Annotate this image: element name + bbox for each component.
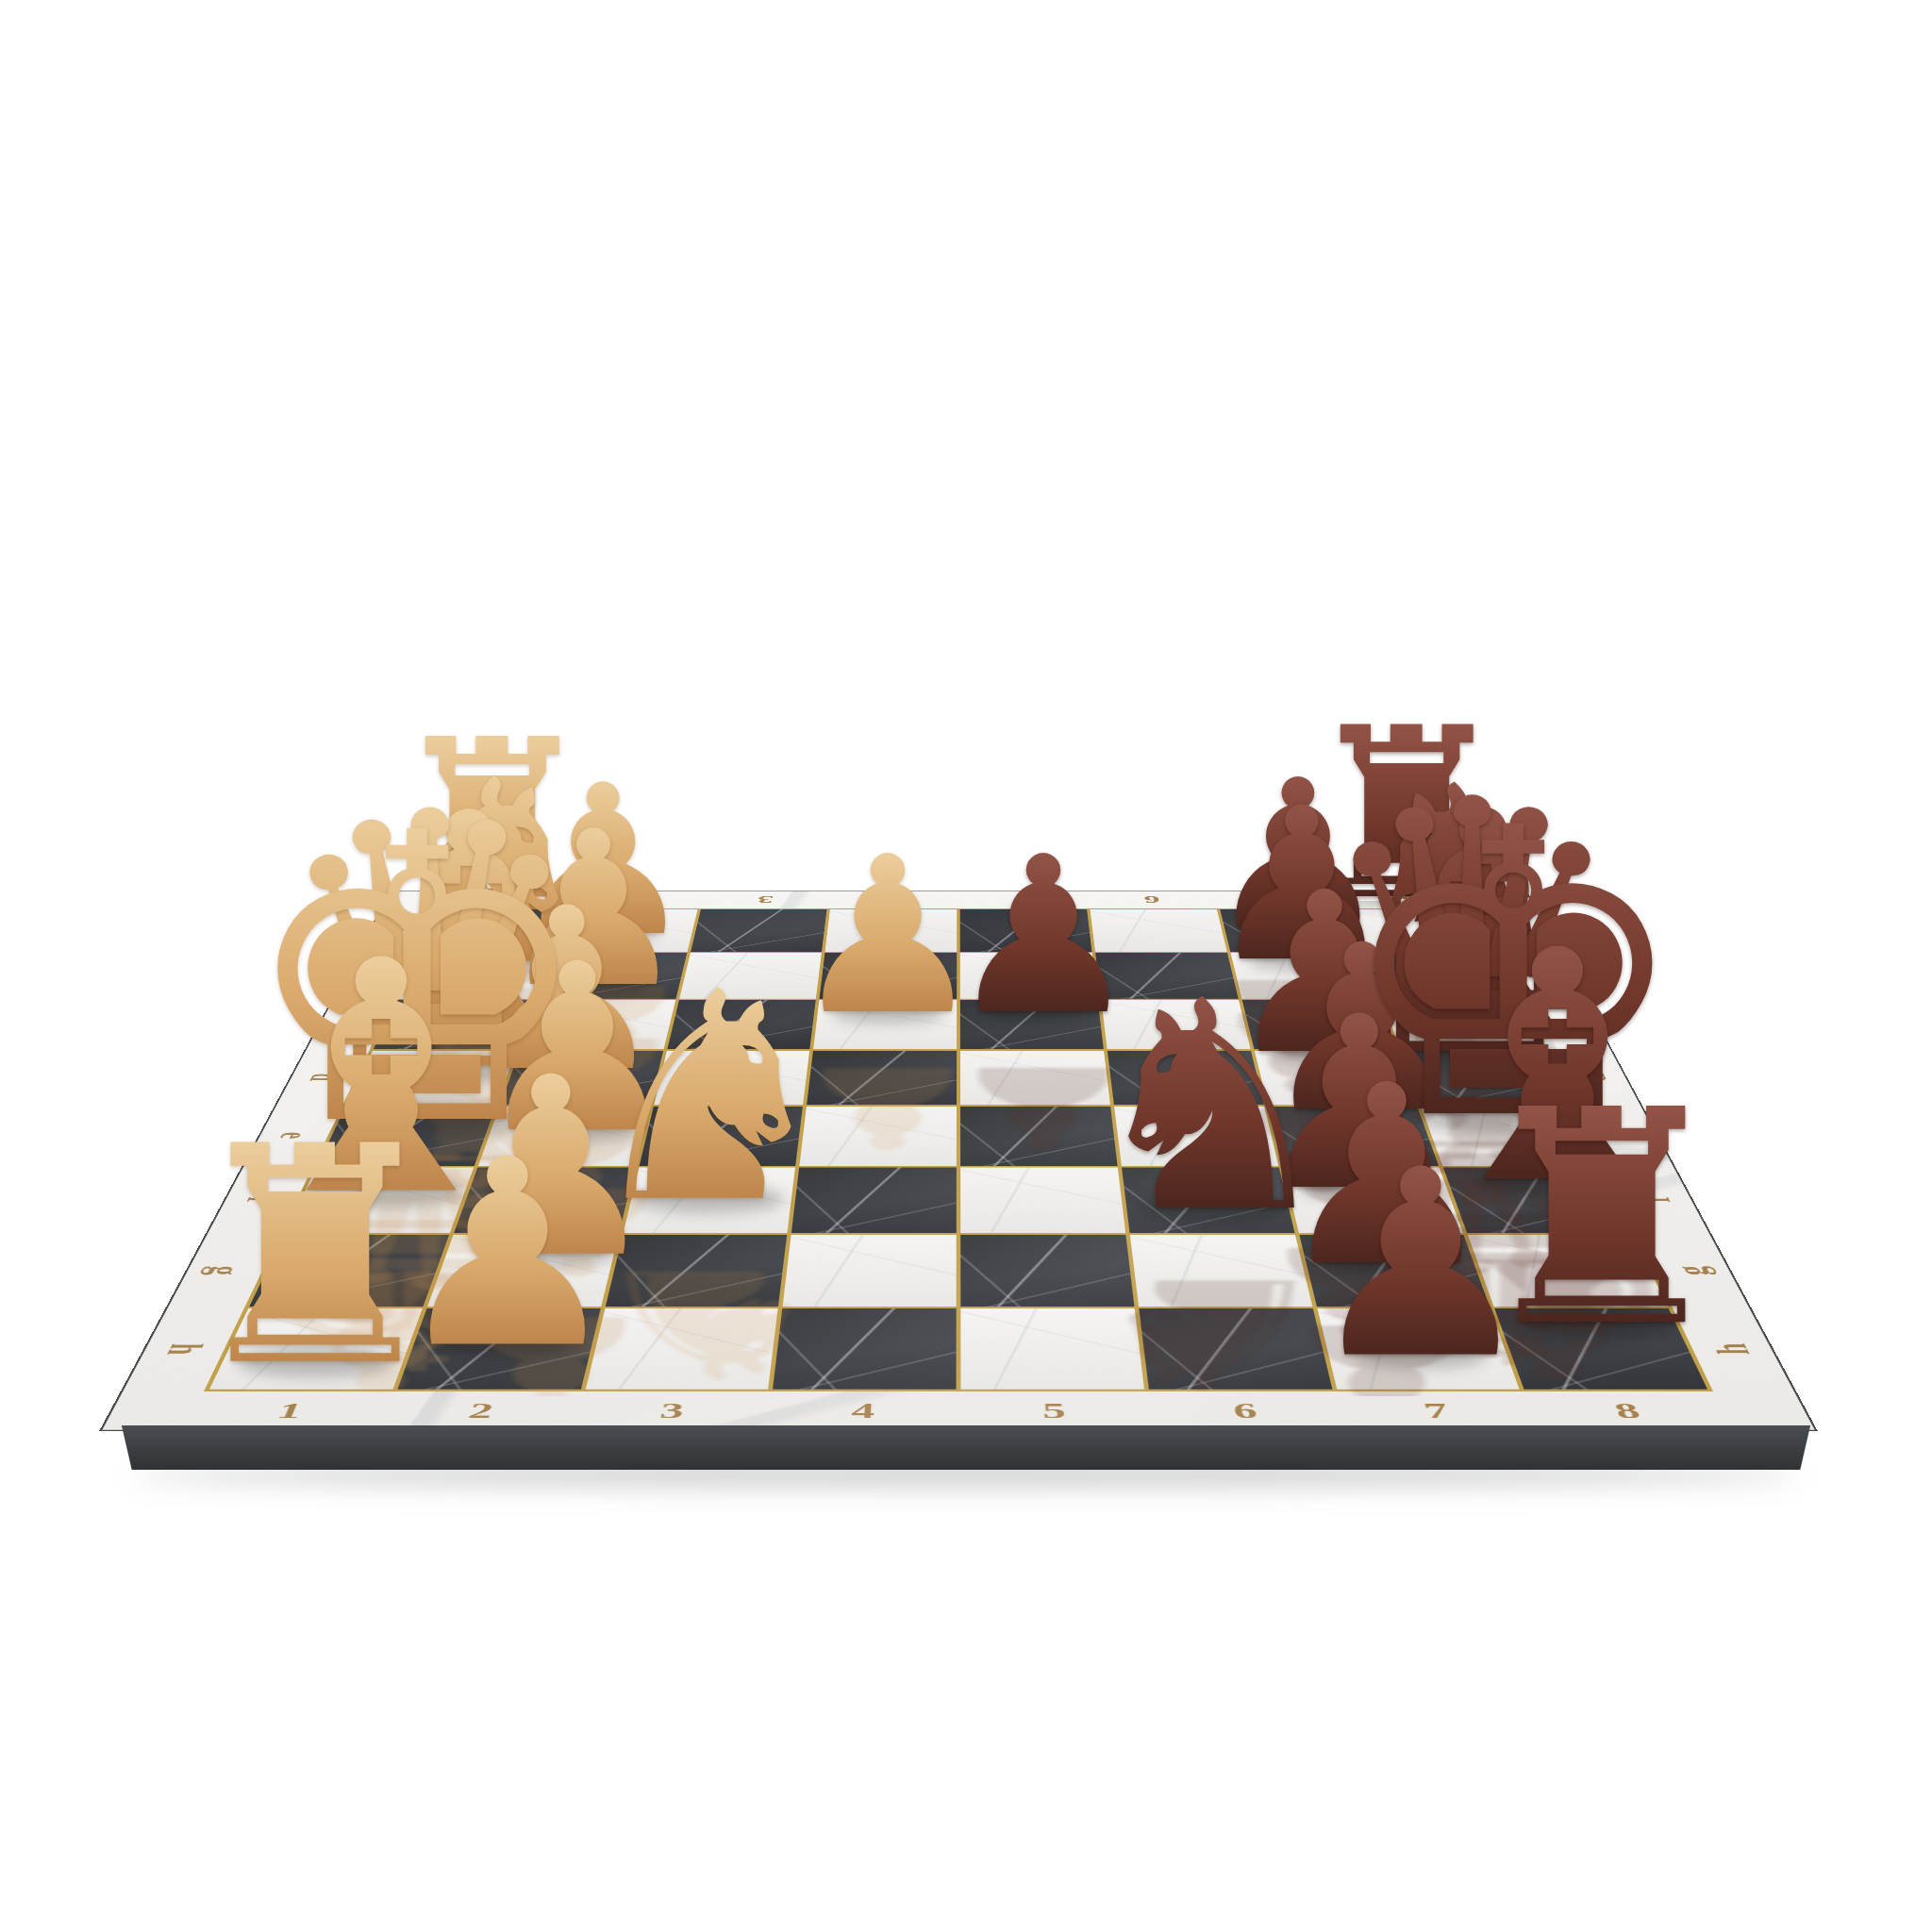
piece-white-rook-h1[interactable]: ♜ <box>180 1108 449 1407</box>
chess-photo-stage: 12345678 12345678 abcdefgh abcdefgh ♜♞♝♛… <box>0 0 1932 1932</box>
piece-black-pawn-h7[interactable]: ♟ <box>1305 1136 1537 1394</box>
pieces-layer: ♜♞♝♛♚♝♜♞♟♟♟♟♟♟♟♜♞♝♛♚♝♜♞♟♟♟♟♟♟♟♟ <box>0 0 1932 1932</box>
